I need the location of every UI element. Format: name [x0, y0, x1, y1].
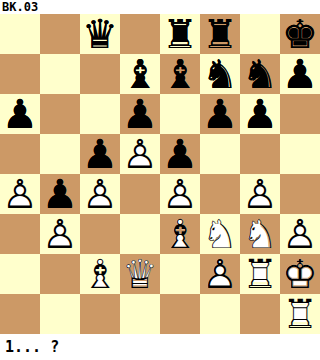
puzzle-title: BK.03: [0, 0, 38, 14]
square-a2[interactable]: [0, 254, 40, 294]
square-e7[interactable]: ♝: [160, 54, 200, 94]
square-c5[interactable]: ♟: [80, 134, 120, 174]
square-a5[interactable]: [0, 134, 40, 174]
square-g1[interactable]: [240, 294, 280, 334]
piece-black-bishop[interactable]: ♝: [160, 54, 200, 94]
square-b1[interactable]: [40, 294, 80, 334]
move-prompt: 1... ?: [0, 337, 59, 357]
piece-white-rook[interactable]: ♜♖: [240, 254, 280, 294]
square-b2[interactable]: [40, 254, 80, 294]
square-d4[interactable]: [120, 174, 160, 214]
piece-black-rook[interactable]: ♜: [200, 14, 240, 54]
square-e8[interactable]: ♜: [160, 14, 200, 54]
piece-white-knight[interactable]: ♞♘: [200, 214, 240, 254]
square-a8[interactable]: [0, 14, 40, 54]
piece-white-bishop[interactable]: ♝♗: [160, 214, 200, 254]
piece-white-pawn[interactable]: ♟♙: [200, 254, 240, 294]
piece-black-king[interactable]: ♚: [280, 14, 320, 54]
square-g4[interactable]: ♟♙: [240, 174, 280, 214]
square-c4[interactable]: ♟♙: [80, 174, 120, 214]
piece-white-knight[interactable]: ♞♘: [240, 214, 280, 254]
square-b7[interactable]: [40, 54, 80, 94]
chess-diagram: BK.03 ♛♜♜♚♝♝♞♞♟♟♟♟♟♟♟♙♟♟♙♟♟♙♟♙♟♙♟♙♝♗♞♘♞♘…: [0, 0, 320, 360]
square-f4[interactable]: [200, 174, 240, 214]
square-a1[interactable]: [0, 294, 40, 334]
square-c7[interactable]: [80, 54, 120, 94]
square-g7[interactable]: ♞: [240, 54, 280, 94]
square-e2[interactable]: [160, 254, 200, 294]
square-c6[interactable]: [80, 94, 120, 134]
piece-black-pawn[interactable]: ♟: [0, 94, 40, 134]
square-b8[interactable]: [40, 14, 80, 54]
piece-black-knight[interactable]: ♞: [200, 54, 240, 94]
square-e5[interactable]: ♟: [160, 134, 200, 174]
square-f7[interactable]: ♞: [200, 54, 240, 94]
square-f5[interactable]: [200, 134, 240, 174]
piece-black-pawn[interactable]: ♟: [280, 54, 320, 94]
square-c3[interactable]: [80, 214, 120, 254]
square-h5[interactable]: [280, 134, 320, 174]
piece-black-pawn[interactable]: ♟: [40, 174, 80, 214]
square-d2[interactable]: ♛♕: [120, 254, 160, 294]
square-b5[interactable]: [40, 134, 80, 174]
square-a3[interactable]: [0, 214, 40, 254]
piece-black-knight[interactable]: ♞: [240, 54, 280, 94]
chess-board: ♛♜♜♚♝♝♞♞♟♟♟♟♟♟♟♙♟♟♙♟♟♙♟♙♟♙♟♙♝♗♞♘♞♘♟♙♝♗♛♕…: [0, 14, 320, 334]
square-f2[interactable]: ♟♙: [200, 254, 240, 294]
square-g6[interactable]: ♟: [240, 94, 280, 134]
piece-white-pawn[interactable]: ♟♙: [80, 174, 120, 214]
piece-white-pawn[interactable]: ♟♙: [0, 174, 40, 214]
square-a4[interactable]: ♟♙: [0, 174, 40, 214]
piece-white-bishop[interactable]: ♝♗: [80, 254, 120, 294]
square-e4[interactable]: ♟♙: [160, 174, 200, 214]
piece-black-bishop[interactable]: ♝: [120, 54, 160, 94]
piece-black-pawn[interactable]: ♟: [80, 134, 120, 174]
square-b4[interactable]: ♟: [40, 174, 80, 214]
square-g5[interactable]: [240, 134, 280, 174]
square-h2[interactable]: ♚♔: [280, 254, 320, 294]
square-a7[interactable]: [0, 54, 40, 94]
square-b6[interactable]: [40, 94, 80, 134]
caption-bar: 1... ?: [0, 334, 320, 360]
square-a6[interactable]: ♟: [0, 94, 40, 134]
piece-black-queen[interactable]: ♛: [80, 14, 120, 54]
square-c8[interactable]: ♛: [80, 14, 120, 54]
square-c1[interactable]: [80, 294, 120, 334]
square-g3[interactable]: ♞♘: [240, 214, 280, 254]
square-b3[interactable]: ♟♙: [40, 214, 80, 254]
piece-white-pawn[interactable]: ♟♙: [280, 214, 320, 254]
square-h4[interactable]: [280, 174, 320, 214]
square-d5[interactable]: ♟♙: [120, 134, 160, 174]
square-c2[interactable]: ♝♗: [80, 254, 120, 294]
square-h7[interactable]: ♟: [280, 54, 320, 94]
square-d7[interactable]: ♝: [120, 54, 160, 94]
piece-black-rook[interactable]: ♜: [160, 14, 200, 54]
square-e6[interactable]: [160, 94, 200, 134]
piece-black-pawn[interactable]: ♟: [160, 134, 200, 174]
square-e1[interactable]: [160, 294, 200, 334]
piece-black-pawn[interactable]: ♟: [120, 94, 160, 134]
square-e3[interactable]: ♝♗: [160, 214, 200, 254]
square-d3[interactable]: [120, 214, 160, 254]
square-f3[interactable]: ♞♘: [200, 214, 240, 254]
piece-white-pawn[interactable]: ♟♙: [120, 134, 160, 174]
square-g8[interactable]: [240, 14, 280, 54]
square-h3[interactable]: ♟♙: [280, 214, 320, 254]
square-d1[interactable]: [120, 294, 160, 334]
square-h1[interactable]: ♜♖: [280, 294, 320, 334]
piece-white-rook[interactable]: ♜♖: [280, 294, 320, 334]
square-g2[interactable]: ♜♖: [240, 254, 280, 294]
square-h6[interactable]: [280, 94, 320, 134]
square-d6[interactable]: ♟: [120, 94, 160, 134]
square-f1[interactable]: [200, 294, 240, 334]
piece-black-pawn[interactable]: ♟: [200, 94, 240, 134]
square-d8[interactable]: [120, 14, 160, 54]
title-bar: BK.03: [0, 0, 320, 14]
piece-white-pawn[interactable]: ♟♙: [40, 214, 80, 254]
square-f6[interactable]: ♟: [200, 94, 240, 134]
piece-white-king[interactable]: ♚♔: [280, 254, 320, 294]
piece-white-queen[interactable]: ♛♕: [120, 254, 160, 294]
square-h8[interactable]: ♚: [280, 14, 320, 54]
piece-white-pawn[interactable]: ♟♙: [240, 174, 280, 214]
piece-black-pawn[interactable]: ♟: [240, 94, 280, 134]
piece-white-pawn[interactable]: ♟♙: [160, 174, 200, 214]
square-f8[interactable]: ♜: [200, 14, 240, 54]
